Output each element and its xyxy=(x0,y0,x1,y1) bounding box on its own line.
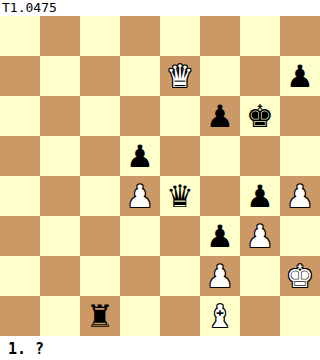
move-prompt: 1. ? xyxy=(0,336,320,360)
white-pawn: ♟ xyxy=(286,176,314,216)
square-c4[interactable] xyxy=(80,176,120,216)
square-f3[interactable]: ♟ xyxy=(200,216,240,256)
square-b1[interactable] xyxy=(40,296,80,336)
square-c6[interactable] xyxy=(80,96,120,136)
square-a8[interactable] xyxy=(0,16,40,56)
white-pawn: ♟ xyxy=(246,216,274,256)
square-c8[interactable] xyxy=(80,16,120,56)
white-pawn: ♟ xyxy=(126,176,154,216)
black-queen: ♛ xyxy=(166,176,194,216)
square-d5[interactable]: ♟ xyxy=(120,136,160,176)
square-f6[interactable]: ♟ xyxy=(200,96,240,136)
chess-puzzle-page: T1.0475 ♛♟♟♚♟♟♛♟♟♟♟♟♚♜♝ 1. ? xyxy=(0,0,320,360)
black-pawn: ♟ xyxy=(246,176,274,216)
square-d6[interactable] xyxy=(120,96,160,136)
square-g4[interactable]: ♟ xyxy=(240,176,280,216)
square-b3[interactable] xyxy=(40,216,80,256)
square-h3[interactable] xyxy=(280,216,320,256)
square-h4[interactable]: ♟ xyxy=(280,176,320,216)
white-bishop: ♝ xyxy=(206,296,234,336)
square-h8[interactable] xyxy=(280,16,320,56)
square-a6[interactable] xyxy=(0,96,40,136)
square-f1[interactable]: ♝ xyxy=(200,296,240,336)
square-f8[interactable] xyxy=(200,16,240,56)
square-e7[interactable]: ♛ xyxy=(160,56,200,96)
square-e8[interactable] xyxy=(160,16,200,56)
square-b5[interactable] xyxy=(40,136,80,176)
square-e1[interactable] xyxy=(160,296,200,336)
square-f4[interactable] xyxy=(200,176,240,216)
black-king: ♚ xyxy=(246,96,274,136)
square-e3[interactable] xyxy=(160,216,200,256)
white-queen: ♛ xyxy=(166,56,194,96)
square-a5[interactable] xyxy=(0,136,40,176)
square-f2[interactable]: ♟ xyxy=(200,256,240,296)
square-b7[interactable] xyxy=(40,56,80,96)
black-pawn: ♟ xyxy=(206,216,234,256)
square-h6[interactable] xyxy=(280,96,320,136)
square-a2[interactable] xyxy=(0,256,40,296)
square-h7[interactable]: ♟ xyxy=(280,56,320,96)
square-c5[interactable] xyxy=(80,136,120,176)
square-e6[interactable] xyxy=(160,96,200,136)
square-f5[interactable] xyxy=(200,136,240,176)
square-d7[interactable] xyxy=(120,56,160,96)
square-d8[interactable] xyxy=(120,16,160,56)
square-g7[interactable] xyxy=(240,56,280,96)
square-h2[interactable]: ♚ xyxy=(280,256,320,296)
chess-board: ♛♟♟♚♟♟♛♟♟♟♟♟♚♜♝ xyxy=(0,16,320,336)
square-b4[interactable] xyxy=(40,176,80,216)
square-h1[interactable] xyxy=(280,296,320,336)
square-g1[interactable] xyxy=(240,296,280,336)
square-a3[interactable] xyxy=(0,216,40,256)
square-e5[interactable] xyxy=(160,136,200,176)
black-pawn: ♟ xyxy=(206,96,234,136)
square-a7[interactable] xyxy=(0,56,40,96)
puzzle-id: T1.0475 xyxy=(0,0,320,16)
square-c1[interactable]: ♜ xyxy=(80,296,120,336)
square-e2[interactable] xyxy=(160,256,200,296)
square-c3[interactable] xyxy=(80,216,120,256)
square-a4[interactable] xyxy=(0,176,40,216)
square-b2[interactable] xyxy=(40,256,80,296)
black-pawn: ♟ xyxy=(286,56,314,96)
black-rook: ♜ xyxy=(86,296,114,336)
square-b8[interactable] xyxy=(40,16,80,56)
square-h5[interactable] xyxy=(280,136,320,176)
square-c7[interactable] xyxy=(80,56,120,96)
white-king: ♚ xyxy=(286,256,314,296)
square-g2[interactable] xyxy=(240,256,280,296)
square-d1[interactable] xyxy=(120,296,160,336)
square-f7[interactable] xyxy=(200,56,240,96)
square-e4[interactable]: ♛ xyxy=(160,176,200,216)
square-g6[interactable]: ♚ xyxy=(240,96,280,136)
square-g5[interactable] xyxy=(240,136,280,176)
square-d4[interactable]: ♟ xyxy=(120,176,160,216)
black-pawn: ♟ xyxy=(126,136,154,176)
square-d3[interactable] xyxy=(120,216,160,256)
square-b6[interactable] xyxy=(40,96,80,136)
square-a1[interactable] xyxy=(0,296,40,336)
square-g8[interactable] xyxy=(240,16,280,56)
square-g3[interactable]: ♟ xyxy=(240,216,280,256)
square-d2[interactable] xyxy=(120,256,160,296)
white-pawn: ♟ xyxy=(206,256,234,296)
square-c2[interactable] xyxy=(80,256,120,296)
